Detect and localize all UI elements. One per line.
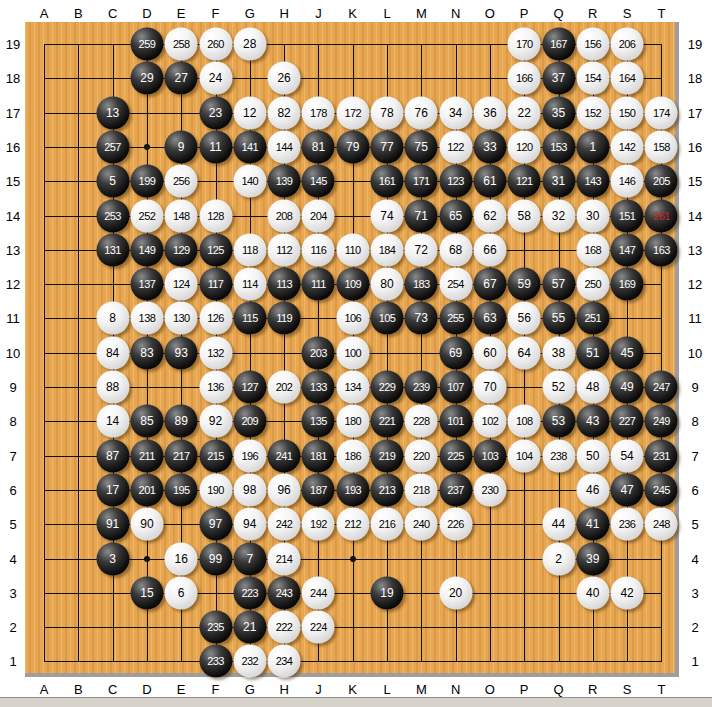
stone-j6: 187 <box>302 473 335 506</box>
stone-q10: 38 <box>542 336 575 369</box>
stone-f5: 97 <box>199 508 232 541</box>
stone-l13: 184 <box>371 233 404 266</box>
stone-e13: 129 <box>165 233 198 266</box>
stone-g16: 141 <box>233 130 266 163</box>
stone-n14: 65 <box>439 199 472 232</box>
stone-t5: 248 <box>645 508 678 541</box>
stone-d18: 29 <box>130 62 163 95</box>
stone-m14: 71 <box>405 199 438 232</box>
row-label-left-10: 10 <box>6 345 20 360</box>
stone-t17: 174 <box>645 96 678 129</box>
stone-n17: 34 <box>439 96 472 129</box>
stone-m17: 76 <box>405 96 438 129</box>
stone-e8: 89 <box>165 405 198 438</box>
row-label-left-17: 17 <box>6 105 20 120</box>
stone-h17: 82 <box>268 96 301 129</box>
stone-h6: 96 <box>268 473 301 506</box>
row-label-left-9: 9 <box>9 380 16 395</box>
stone-r13: 168 <box>576 233 609 266</box>
row-label-right-15: 15 <box>688 174 702 189</box>
grid-line-horizontal <box>44 661 662 662</box>
stone-t15: 205 <box>645 165 678 198</box>
stone-d14: 252 <box>130 199 163 232</box>
stone-f13: 125 <box>199 233 232 266</box>
grid-line-horizontal <box>44 627 662 628</box>
stone-d11: 138 <box>130 302 163 335</box>
row-label-right-1: 1 <box>691 654 698 669</box>
stone-t6: 245 <box>645 473 678 506</box>
stone-q18: 37 <box>542 62 575 95</box>
col-label-bottom-b: B <box>74 682 83 697</box>
col-label-top-n: N <box>451 6 460 21</box>
stone-g9: 127 <box>233 371 266 404</box>
stone-n13: 68 <box>439 233 472 266</box>
stone-p19: 170 <box>508 28 541 61</box>
stone-h2: 222 <box>268 611 301 644</box>
star-point <box>144 556 150 562</box>
col-label-bottom-l: L <box>383 682 390 697</box>
stone-g2: 21 <box>233 611 266 644</box>
stone-d15: 199 <box>130 165 163 198</box>
stone-e3: 6 <box>165 576 198 609</box>
stone-t7: 231 <box>645 439 678 472</box>
stone-p12: 59 <box>508 268 541 301</box>
stone-s9: 49 <box>611 371 644 404</box>
stone-s13: 147 <box>611 233 644 266</box>
stone-h5: 242 <box>268 508 301 541</box>
stone-p11: 56 <box>508 302 541 335</box>
row-label-left-3: 3 <box>9 585 16 600</box>
row-label-right-4: 4 <box>691 551 698 566</box>
stone-c17: 13 <box>96 96 129 129</box>
stone-p16: 120 <box>508 130 541 163</box>
row-label-left-13: 13 <box>6 242 20 257</box>
stone-f7: 215 <box>199 439 232 472</box>
row-label-left-4: 4 <box>9 551 16 566</box>
col-label-top-j: J <box>315 6 322 21</box>
stone-g13: 118 <box>233 233 266 266</box>
stone-h13: 112 <box>268 233 301 266</box>
stone-q17: 35 <box>542 96 575 129</box>
col-label-top-m: M <box>416 6 427 21</box>
row-label-left-18: 18 <box>6 71 20 86</box>
stone-p8: 108 <box>508 405 541 438</box>
stone-p17: 22 <box>508 96 541 129</box>
stone-e18: 27 <box>165 62 198 95</box>
stone-l6: 213 <box>371 473 404 506</box>
stone-g4: 7 <box>233 542 266 575</box>
stone-j17: 178 <box>302 96 335 129</box>
col-label-bottom-p: P <box>520 682 529 697</box>
stone-m6: 218 <box>405 473 438 506</box>
row-label-left-11: 11 <box>6 311 20 326</box>
col-label-top-e: E <box>177 6 186 21</box>
stone-s3: 42 <box>611 576 644 609</box>
stone-o13: 66 <box>473 233 506 266</box>
stone-e14: 148 <box>165 199 198 232</box>
stone-l12: 80 <box>371 268 404 301</box>
stone-g5: 94 <box>233 508 266 541</box>
stone-l5: 216 <box>371 508 404 541</box>
stone-s10: 45 <box>611 336 644 369</box>
stone-n3: 20 <box>439 576 472 609</box>
row-label-left-6: 6 <box>9 482 16 497</box>
stone-h15: 139 <box>268 165 301 198</box>
stone-k17: 172 <box>336 96 369 129</box>
stone-k13: 110 <box>336 233 369 266</box>
stone-p10: 64 <box>508 336 541 369</box>
row-label-right-16: 16 <box>688 139 702 154</box>
stone-m7: 220 <box>405 439 438 472</box>
stone-r14: 30 <box>576 199 609 232</box>
stone-k12: 109 <box>336 268 369 301</box>
stone-n8: 101 <box>439 405 472 438</box>
stone-c16: 257 <box>96 130 129 163</box>
col-label-bottom-j: J <box>315 682 322 697</box>
row-label-right-9: 9 <box>691 380 698 395</box>
stone-l16: 77 <box>371 130 404 163</box>
row-label-left-1: 1 <box>9 654 16 669</box>
stone-q12: 57 <box>542 268 575 301</box>
stone-q16: 153 <box>542 130 575 163</box>
stone-d19: 259 <box>130 28 163 61</box>
stone-j3: 244 <box>302 576 335 609</box>
stone-l3: 19 <box>371 576 404 609</box>
row-label-left-14: 14 <box>6 208 20 223</box>
stone-n15: 123 <box>439 165 472 198</box>
col-label-bottom-r: R <box>588 682 597 697</box>
stone-d6: 201 <box>130 473 163 506</box>
stone-m15: 171 <box>405 165 438 198</box>
stone-k6: 193 <box>336 473 369 506</box>
row-label-right-13: 13 <box>688 242 702 257</box>
stone-l14: 74 <box>371 199 404 232</box>
stone-r9: 48 <box>576 371 609 404</box>
col-label-top-q: Q <box>553 6 563 21</box>
stone-e11: 130 <box>165 302 198 335</box>
stone-s18: 164 <box>611 62 644 95</box>
stone-d7: 211 <box>130 439 163 472</box>
stone-j13: 116 <box>302 233 335 266</box>
stone-r8: 43 <box>576 405 609 438</box>
col-label-top-a: A <box>40 6 49 21</box>
stone-t13: 163 <box>645 233 678 266</box>
stone-c5: 91 <box>96 508 129 541</box>
stone-j2: 224 <box>302 611 335 644</box>
stone-j8: 135 <box>302 405 335 438</box>
stone-l9: 229 <box>371 371 404 404</box>
col-label-bottom-q: Q <box>553 682 563 697</box>
row-label-left-5: 5 <box>9 517 16 532</box>
stone-t16: 158 <box>645 130 678 163</box>
stone-n5: 226 <box>439 508 472 541</box>
stone-g3: 223 <box>233 576 266 609</box>
stone-h12: 113 <box>268 268 301 301</box>
col-label-bottom-s: S <box>623 682 632 697</box>
col-label-bottom-h: H <box>279 682 288 697</box>
row-label-left-8: 8 <box>9 414 16 429</box>
stone-r11: 251 <box>576 302 609 335</box>
stone-g7: 196 <box>233 439 266 472</box>
stone-c6: 17 <box>96 473 129 506</box>
stone-t14-last-move: 261 <box>645 199 678 232</box>
stone-t9: 247 <box>645 371 678 404</box>
stone-p14: 58 <box>508 199 541 232</box>
stone-l15: 161 <box>371 165 404 198</box>
row-label-right-17: 17 <box>688 105 702 120</box>
stone-c10: 84 <box>96 336 129 369</box>
row-label-right-19: 19 <box>688 37 702 52</box>
col-label-top-g: G <box>245 6 255 21</box>
stone-j12: 111 <box>302 268 335 301</box>
row-label-right-8: 8 <box>691 414 698 429</box>
stone-n16: 122 <box>439 130 472 163</box>
col-label-top-l: L <box>383 6 390 21</box>
col-label-top-p: P <box>520 6 529 21</box>
stone-f1: 233 <box>199 645 232 678</box>
col-label-top-c: C <box>108 6 117 21</box>
stone-c4: 3 <box>96 542 129 575</box>
col-label-bottom-c: C <box>108 682 117 697</box>
stone-k7: 186 <box>336 439 369 472</box>
stone-j5: 192 <box>302 508 335 541</box>
stone-n11: 255 <box>439 302 472 335</box>
stone-d10: 83 <box>130 336 163 369</box>
col-label-bottom-k: K <box>348 682 357 697</box>
stone-f16: 11 <box>199 130 232 163</box>
stone-s19: 206 <box>611 28 644 61</box>
stone-h14: 208 <box>268 199 301 232</box>
stone-s17: 150 <box>611 96 644 129</box>
stone-j7: 181 <box>302 439 335 472</box>
col-label-top-r: R <box>588 6 597 21</box>
stone-c15: 5 <box>96 165 129 198</box>
row-label-left-15: 15 <box>6 174 20 189</box>
col-label-bottom-g: G <box>245 682 255 697</box>
stone-e7: 217 <box>165 439 198 472</box>
stone-n12: 254 <box>439 268 472 301</box>
stone-o6: 230 <box>473 473 506 506</box>
stone-h7: 241 <box>268 439 301 472</box>
stone-o15: 61 <box>473 165 506 198</box>
stone-m9: 239 <box>405 371 438 404</box>
stone-k11: 106 <box>336 302 369 335</box>
stone-m8: 228 <box>405 405 438 438</box>
stone-h11: 119 <box>268 302 301 335</box>
stone-h16: 144 <box>268 130 301 163</box>
stone-r18: 154 <box>576 62 609 95</box>
stone-g15: 140 <box>233 165 266 198</box>
stone-r5: 41 <box>576 508 609 541</box>
col-label-bottom-t: T <box>657 682 665 697</box>
col-label-top-t: T <box>657 6 665 21</box>
row-label-left-19: 19 <box>6 37 20 52</box>
stone-j15: 145 <box>302 165 335 198</box>
stone-o11: 63 <box>473 302 506 335</box>
stone-f18: 24 <box>199 62 232 95</box>
stone-r16: 1 <box>576 130 609 163</box>
stone-o7: 103 <box>473 439 506 472</box>
stone-k9: 134 <box>336 371 369 404</box>
col-label-top-o: O <box>485 6 495 21</box>
stone-p15: 121 <box>508 165 541 198</box>
stone-o8: 102 <box>473 405 506 438</box>
stone-j9: 133 <box>302 371 335 404</box>
col-label-top-b: B <box>74 6 83 21</box>
stone-s15: 146 <box>611 165 644 198</box>
stone-f6: 190 <box>199 473 232 506</box>
col-label-bottom-e: E <box>177 682 186 697</box>
stone-o12: 67 <box>473 268 506 301</box>
stone-m13: 72 <box>405 233 438 266</box>
stone-q11: 55 <box>542 302 575 335</box>
stone-r15: 143 <box>576 165 609 198</box>
stone-f14: 128 <box>199 199 232 232</box>
row-label-left-16: 16 <box>6 139 20 154</box>
stone-f8: 92 <box>199 405 232 438</box>
stone-e16: 9 <box>165 130 198 163</box>
stone-r12: 250 <box>576 268 609 301</box>
stone-o16: 33 <box>473 130 506 163</box>
stone-n6: 237 <box>439 473 472 506</box>
stone-q4: 2 <box>542 542 575 575</box>
stone-j16: 81 <box>302 130 335 163</box>
stone-j14: 204 <box>302 199 335 232</box>
stone-e19: 258 <box>165 28 198 61</box>
stone-p7: 104 <box>508 439 541 472</box>
stone-k10: 100 <box>336 336 369 369</box>
stone-q8: 53 <box>542 405 575 438</box>
stone-f12: 117 <box>199 268 232 301</box>
stone-s12: 169 <box>611 268 644 301</box>
stone-k8: 180 <box>336 405 369 438</box>
stone-g8: 209 <box>233 405 266 438</box>
row-label-right-6: 6 <box>691 482 698 497</box>
stone-m11: 73 <box>405 302 438 335</box>
row-label-right-10: 10 <box>688 345 702 360</box>
stone-s16: 142 <box>611 130 644 163</box>
stone-e6: 195 <box>165 473 198 506</box>
stone-s8: 227 <box>611 405 644 438</box>
col-label-bottom-m: M <box>416 682 427 697</box>
stone-h9: 202 <box>268 371 301 404</box>
col-label-top-f: F <box>212 6 220 21</box>
stone-c8: 14 <box>96 405 129 438</box>
stone-k16: 79 <box>336 130 369 163</box>
stone-f4: 99 <box>199 542 232 575</box>
stone-n7: 225 <box>439 439 472 472</box>
stone-r7: 50 <box>576 439 609 472</box>
col-label-top-h: H <box>279 6 288 21</box>
col-label-top-s: S <box>623 6 632 21</box>
stone-m16: 75 <box>405 130 438 163</box>
row-label-right-2: 2 <box>691 620 698 635</box>
stone-e12: 124 <box>165 268 198 301</box>
stone-r4: 39 <box>576 542 609 575</box>
stone-h1: 234 <box>268 645 301 678</box>
stone-d8: 85 <box>130 405 163 438</box>
stone-f17: 23 <box>199 96 232 129</box>
stone-o9: 70 <box>473 371 506 404</box>
row-label-left-2: 2 <box>9 620 16 635</box>
stone-q7: 238 <box>542 439 575 472</box>
row-label-right-12: 12 <box>688 277 702 292</box>
stone-m12: 183 <box>405 268 438 301</box>
stone-s5: 236 <box>611 508 644 541</box>
stone-d5: 90 <box>130 508 163 541</box>
stone-f19: 260 <box>199 28 232 61</box>
kifu-viewer-window: 2592582602817016715620629272426166371541… <box>0 0 712 707</box>
stone-p18: 166 <box>508 62 541 95</box>
stone-q9: 52 <box>542 371 575 404</box>
stone-g12: 114 <box>233 268 266 301</box>
stone-s14: 151 <box>611 199 644 232</box>
row-label-right-5: 5 <box>691 517 698 532</box>
stone-r10: 51 <box>576 336 609 369</box>
stone-d3: 15 <box>130 576 163 609</box>
stone-o14: 62 <box>473 199 506 232</box>
stone-o10: 60 <box>473 336 506 369</box>
stone-k5: 212 <box>336 508 369 541</box>
star-point <box>350 556 356 562</box>
stone-c11: 8 <box>96 302 129 335</box>
stone-l7: 219 <box>371 439 404 472</box>
window-bottom-bar <box>0 697 712 707</box>
col-label-bottom-f: F <box>212 682 220 697</box>
stone-j10: 203 <box>302 336 335 369</box>
stone-s6: 47 <box>611 473 644 506</box>
stone-r19: 156 <box>576 28 609 61</box>
stone-l11: 105 <box>371 302 404 335</box>
stone-g19: 28 <box>233 28 266 61</box>
col-label-bottom-o: O <box>485 682 495 697</box>
row-label-right-14: 14 <box>688 208 702 223</box>
stone-o17: 36 <box>473 96 506 129</box>
stone-t8: 249 <box>645 405 678 438</box>
row-label-right-18: 18 <box>688 71 702 86</box>
stone-g1: 232 <box>233 645 266 678</box>
stone-h18: 26 <box>268 62 301 95</box>
row-label-right-3: 3 <box>691 585 698 600</box>
stone-m5: 240 <box>405 508 438 541</box>
stone-g17: 12 <box>233 96 266 129</box>
stone-c13: 131 <box>96 233 129 266</box>
row-label-left-12: 12 <box>6 277 20 292</box>
stone-l17: 78 <box>371 96 404 129</box>
star-point <box>144 144 150 150</box>
stone-c14: 253 <box>96 199 129 232</box>
stone-e15: 256 <box>165 165 198 198</box>
stone-f10: 132 <box>199 336 232 369</box>
col-label-bottom-n: N <box>451 682 460 697</box>
stone-q19: 167 <box>542 28 575 61</box>
stone-l8: 221 <box>371 405 404 438</box>
row-label-right-11: 11 <box>688 311 702 326</box>
stone-q14: 32 <box>542 199 575 232</box>
stone-c7: 87 <box>96 439 129 472</box>
col-label-top-k: K <box>348 6 357 21</box>
stone-g11: 115 <box>233 302 266 335</box>
col-label-bottom-a: A <box>40 682 49 697</box>
row-label-left-7: 7 <box>9 448 16 463</box>
stone-f9: 136 <box>199 371 232 404</box>
go-board[interactable]: 2592582602817016715620629272426166371541… <box>25 22 679 677</box>
stone-e4: 16 <box>165 542 198 575</box>
stone-e10: 93 <box>165 336 198 369</box>
stone-h4: 214 <box>268 542 301 575</box>
stone-f11: 126 <box>199 302 232 335</box>
stone-q5: 44 <box>542 508 575 541</box>
